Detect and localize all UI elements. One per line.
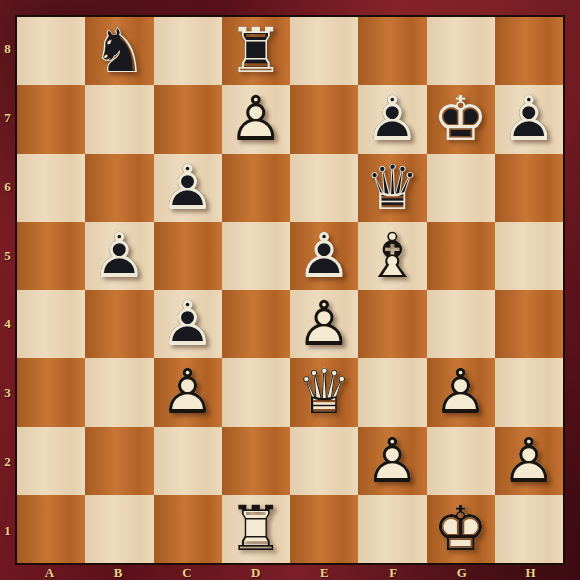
square-b1[interactable] xyxy=(85,495,153,563)
square-f8[interactable] xyxy=(358,17,426,85)
white-bishop-outline: ♗ xyxy=(365,225,421,287)
square-h6[interactable] xyxy=(495,154,563,222)
square-f1[interactable] xyxy=(358,495,426,563)
square-c3[interactable]: ♟♙ xyxy=(154,358,222,426)
square-f3[interactable] xyxy=(358,358,426,426)
square-g2[interactable] xyxy=(427,427,495,495)
square-g6[interactable] xyxy=(427,154,495,222)
rank-label-1: 1 xyxy=(0,496,15,565)
square-d4[interactable] xyxy=(222,290,290,358)
square-c5[interactable] xyxy=(154,222,222,290)
square-b2[interactable] xyxy=(85,427,153,495)
white-rook-outline: ♖ xyxy=(228,498,284,560)
square-e6[interactable] xyxy=(290,154,358,222)
square-h2[interactable]: ♟♙ xyxy=(495,427,563,495)
square-e4[interactable]: ♟♙ xyxy=(290,290,358,358)
black-king-outline: ♔ xyxy=(433,88,489,150)
square-e7[interactable] xyxy=(290,85,358,153)
rank-label-4: 4 xyxy=(0,290,15,359)
piece-white-king[interactable]: ♚♔ xyxy=(427,495,495,563)
black-pawn-outline: ♙ xyxy=(296,225,352,287)
square-c1[interactable] xyxy=(154,495,222,563)
square-a6[interactable] xyxy=(17,154,85,222)
piece-black-pawn[interactable]: ♟♙ xyxy=(358,85,426,153)
square-h8[interactable] xyxy=(495,17,563,85)
chessboard-frame: 87654321 ABCDEFGH ♞♘♜♖♟♙♟♙♚♔♟♙♟♙♛♕♟♙♟♙♝♗… xyxy=(0,0,580,580)
square-d6[interactable] xyxy=(222,154,290,222)
black-pawn-outline: ♙ xyxy=(365,88,421,150)
white-pawn-outline: ♙ xyxy=(228,88,284,150)
rank-label-2: 2 xyxy=(0,428,15,497)
square-g5[interactable] xyxy=(427,222,495,290)
file-label-d: D xyxy=(221,565,290,580)
black-knight-outline: ♘ xyxy=(92,20,148,82)
piece-black-pawn[interactable]: ♟♙ xyxy=(85,222,153,290)
square-a4[interactable] xyxy=(17,290,85,358)
square-e8[interactable] xyxy=(290,17,358,85)
black-rook-outline: ♖ xyxy=(228,20,284,82)
rank-label-6: 6 xyxy=(0,153,15,222)
piece-black-pawn[interactable]: ♟♙ xyxy=(154,154,222,222)
square-e5[interactable]: ♟♙ xyxy=(290,222,358,290)
square-f6[interactable]: ♛♕ xyxy=(358,154,426,222)
square-h1[interactable] xyxy=(495,495,563,563)
square-d3[interactable] xyxy=(222,358,290,426)
black-pawn-outline: ♙ xyxy=(92,225,148,287)
square-h3[interactable] xyxy=(495,358,563,426)
square-b3[interactable] xyxy=(85,358,153,426)
square-a5[interactable] xyxy=(17,222,85,290)
square-d7[interactable]: ♟♙ xyxy=(222,85,290,153)
square-e1[interactable] xyxy=(290,495,358,563)
piece-black-knight[interactable]: ♞♘ xyxy=(85,17,153,85)
piece-white-pawn[interactable]: ♟♙ xyxy=(154,358,222,426)
piece-black-pawn[interactable]: ♟♙ xyxy=(290,222,358,290)
piece-black-pawn[interactable]: ♟♙ xyxy=(495,85,563,153)
square-d1[interactable]: ♜♖ xyxy=(222,495,290,563)
file-labels: ABCDEFGH xyxy=(15,565,565,580)
file-label-f: F xyxy=(359,565,428,580)
square-f4[interactable] xyxy=(358,290,426,358)
file-label-c: C xyxy=(153,565,222,580)
square-g1[interactable]: ♚♔ xyxy=(427,495,495,563)
white-pawn-outline: ♙ xyxy=(160,361,216,423)
black-pawn-outline: ♙ xyxy=(160,157,216,219)
piece-white-queen[interactable]: ♛♕ xyxy=(290,358,358,426)
square-g3[interactable]: ♟♙ xyxy=(427,358,495,426)
piece-white-pawn[interactable]: ♟♙ xyxy=(290,290,358,358)
square-b6[interactable] xyxy=(85,154,153,222)
piece-black-king[interactable]: ♚♔ xyxy=(427,85,495,153)
rank-label-7: 7 xyxy=(0,84,15,153)
white-pawn-outline: ♙ xyxy=(501,430,557,492)
piece-white-pawn[interactable]: ♟♙ xyxy=(222,85,290,153)
piece-white-pawn[interactable]: ♟♙ xyxy=(358,427,426,495)
square-d8[interactable]: ♜♖ xyxy=(222,17,290,85)
file-label-e: E xyxy=(290,565,359,580)
square-c4[interactable]: ♟♙ xyxy=(154,290,222,358)
piece-white-bishop[interactable]: ♝♗ xyxy=(358,222,426,290)
chess-board: ♞♘♜♖♟♙♟♙♚♔♟♙♟♙♛♕♟♙♟♙♝♗♟♙♟♙♟♙♛♕♟♙♟♙♟♙♜♖♚♔ xyxy=(15,15,565,565)
rank-label-5: 5 xyxy=(0,221,15,290)
square-g7[interactable]: ♚♔ xyxy=(427,85,495,153)
square-e3[interactable]: ♛♕ xyxy=(290,358,358,426)
square-a3[interactable] xyxy=(17,358,85,426)
square-h4[interactable] xyxy=(495,290,563,358)
square-b7[interactable] xyxy=(85,85,153,153)
black-pawn-outline: ♙ xyxy=(160,293,216,355)
square-c6[interactable]: ♟♙ xyxy=(154,154,222,222)
piece-white-pawn[interactable]: ♟♙ xyxy=(427,358,495,426)
square-c2[interactable] xyxy=(154,427,222,495)
piece-black-pawn[interactable]: ♟♙ xyxy=(154,290,222,358)
white-pawn-outline: ♙ xyxy=(296,293,352,355)
black-pawn-outline: ♙ xyxy=(501,88,557,150)
square-c8[interactable] xyxy=(154,17,222,85)
square-a8[interactable] xyxy=(17,17,85,85)
square-f2[interactable]: ♟♙ xyxy=(358,427,426,495)
square-h5[interactable] xyxy=(495,222,563,290)
square-f7[interactable]: ♟♙ xyxy=(358,85,426,153)
square-d2[interactable] xyxy=(222,427,290,495)
file-label-g: G xyxy=(428,565,497,580)
square-f5[interactable]: ♝♗ xyxy=(358,222,426,290)
file-label-b: B xyxy=(84,565,153,580)
square-d5[interactable] xyxy=(222,222,290,290)
square-b8[interactable]: ♞♘ xyxy=(85,17,153,85)
square-g8[interactable] xyxy=(427,17,495,85)
rank-labels: 87654321 xyxy=(0,15,15,565)
rank-label-3: 3 xyxy=(0,359,15,428)
square-a2[interactable] xyxy=(17,427,85,495)
file-label-h: H xyxy=(496,565,565,580)
white-queen-outline: ♕ xyxy=(296,361,352,423)
square-e2[interactable] xyxy=(290,427,358,495)
square-c7[interactable] xyxy=(154,85,222,153)
white-pawn-outline: ♙ xyxy=(433,361,489,423)
piece-black-queen[interactable]: ♛♕ xyxy=(358,154,426,222)
square-b4[interactable] xyxy=(85,290,153,358)
square-a1[interactable] xyxy=(17,495,85,563)
white-king-outline: ♔ xyxy=(433,498,489,560)
piece-white-pawn[interactable]: ♟♙ xyxy=(495,427,563,495)
rank-label-8: 8 xyxy=(0,15,15,84)
piece-white-rook[interactable]: ♜♖ xyxy=(222,495,290,563)
black-queen-outline: ♕ xyxy=(365,157,421,219)
square-a7[interactable] xyxy=(17,85,85,153)
square-g4[interactable] xyxy=(427,290,495,358)
square-h7[interactable]: ♟♙ xyxy=(495,85,563,153)
square-b5[interactable]: ♟♙ xyxy=(85,222,153,290)
white-pawn-outline: ♙ xyxy=(365,430,421,492)
file-label-a: A xyxy=(15,565,84,580)
piece-black-rook[interactable]: ♜♖ xyxy=(222,17,290,85)
